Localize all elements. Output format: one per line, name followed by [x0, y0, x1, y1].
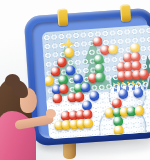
peg-green[interactable]	[95, 72, 106, 83]
pegboard-surface	[42, 25, 150, 139]
child-hair	[0, 78, 32, 152]
board-tray	[31, 15, 150, 139]
card-clip-left[interactable]	[57, 9, 68, 27]
child-hair-front	[12, 80, 28, 98]
peg-layer	[42, 25, 150, 139]
pegboard-easel	[24, 8, 150, 147]
peg-blue[interactable]	[81, 82, 92, 93]
peg-yellow[interactable]	[107, 44, 118, 55]
peg-blue[interactable]	[89, 91, 100, 102]
peg-blue[interactable]	[133, 87, 144, 98]
peg-red[interactable]	[139, 69, 150, 80]
peg-red[interactable]	[52, 93, 63, 104]
peg-yellow[interactable]	[83, 118, 94, 129]
peg-blue[interactable]	[118, 88, 129, 99]
card-clip-right[interactable]	[120, 4, 131, 22]
peg-yellow[interactable]	[134, 105, 145, 116]
peg-yellow[interactable]	[64, 48, 75, 59]
child-hair-bun	[5, 74, 20, 87]
peg-red[interactable]	[59, 84, 70, 95]
scene-photo: { "game": "Peg mosaic board (Fantacolor-…	[0, 0, 150, 160]
peg-green[interactable]	[114, 133, 125, 139]
